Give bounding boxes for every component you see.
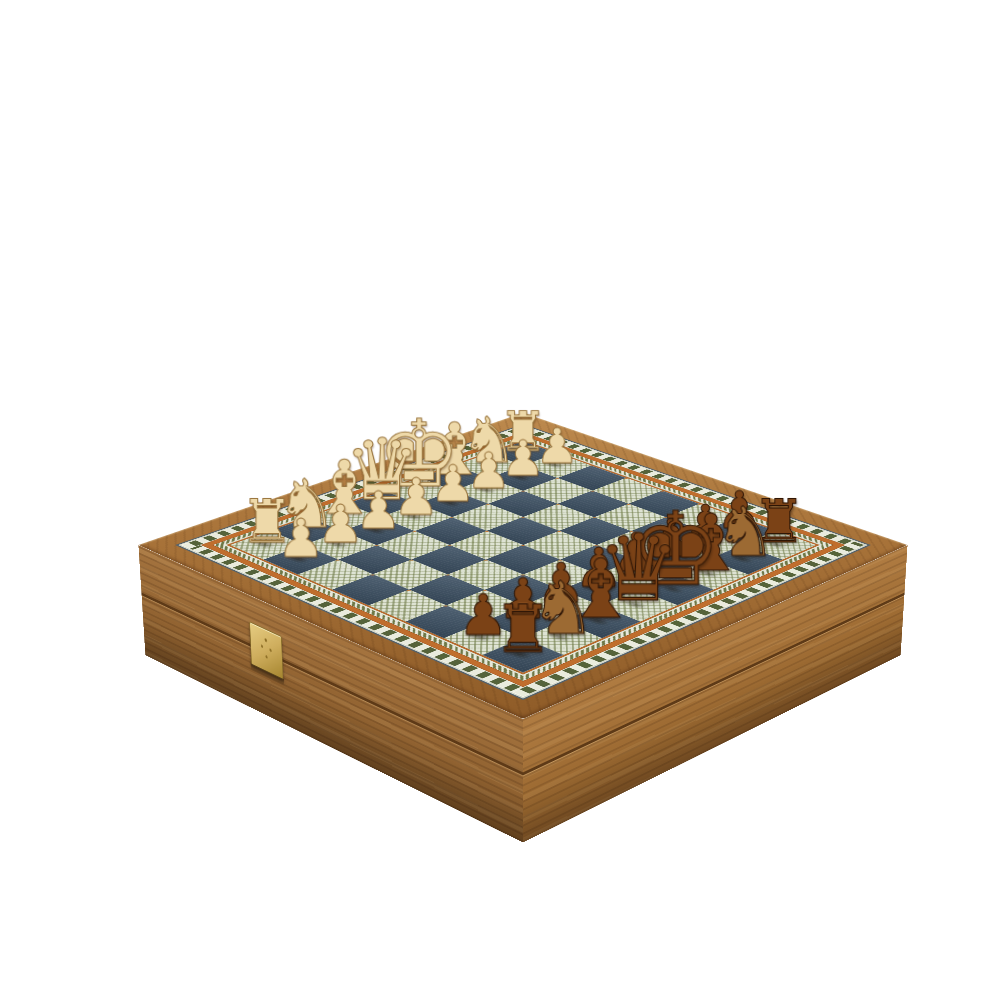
perspective-scene: ♜♟♟♜♞♟♟♞♝♟♟♝♚♟♟♚♛♟♟♛♝♟♟♝♞♟♟♞♜♟♟♜ [0, 0, 1000, 1000]
brass-clasp[interactable] [249, 621, 283, 680]
product-photo-stage: ♜♟♟♜♞♟♟♞♝♟♟♝♚♟♟♚♛♟♟♛♝♟♟♝♞♟♟♞♜♟♟♜ [0, 0, 1000, 1000]
black-rook-glyph: ♜ [493, 596, 552, 662]
chess-box: ♜♟♟♜♞♟♟♞♝♟♟♝♚♟♟♚♛♟♟♛♝♟♟♝♞♟♟♞♜♟♟♜ [138, 413, 907, 719]
white-pawn-glyph: ♟ [277, 512, 324, 565]
